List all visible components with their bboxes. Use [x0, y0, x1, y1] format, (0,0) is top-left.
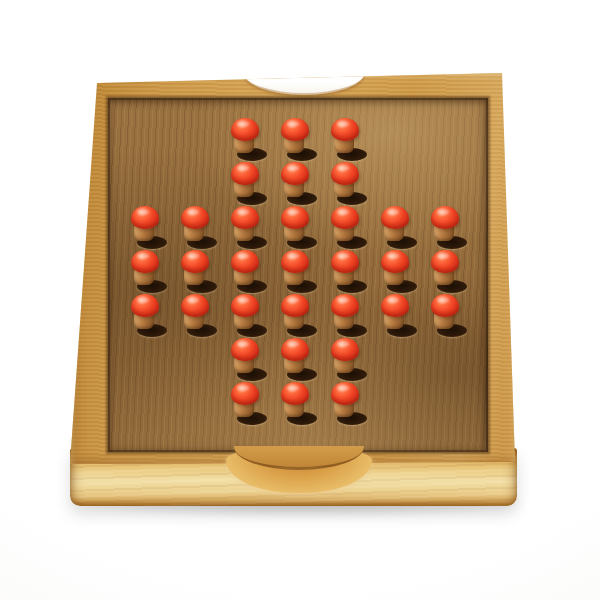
peg-cap — [281, 162, 309, 185]
peg[interactable] — [175, 293, 219, 339]
peg[interactable] — [275, 117, 319, 163]
peg[interactable] — [125, 293, 169, 339]
peg-cap — [231, 250, 259, 273]
peg[interactable] — [325, 337, 369, 383]
peg-cap — [181, 206, 209, 229]
peg[interactable] — [225, 293, 269, 339]
peg-cap — [331, 118, 359, 141]
peg-cap — [381, 206, 409, 229]
peg[interactable] — [225, 117, 269, 163]
solitaire-board-box — [70, 70, 517, 465]
peg-cap — [331, 382, 359, 405]
peg[interactable] — [125, 249, 169, 295]
peg-cap — [131, 294, 159, 317]
peg[interactable] — [225, 337, 269, 383]
peg-cap — [231, 162, 259, 185]
peg[interactable] — [375, 205, 419, 251]
peg-cap — [331, 294, 359, 317]
peg[interactable] — [325, 381, 369, 427]
peg[interactable] — [275, 161, 319, 207]
peg-cap — [231, 118, 259, 141]
peg-cap — [431, 250, 459, 273]
peg[interactable] — [325, 205, 369, 251]
peg[interactable] — [275, 293, 319, 339]
peg[interactable] — [275, 205, 319, 251]
peg-cap — [181, 250, 209, 273]
peg-cap — [381, 250, 409, 273]
peg-cap — [331, 250, 359, 273]
peg[interactable] — [375, 293, 419, 339]
peg-cap — [281, 294, 309, 317]
peg-cap — [231, 294, 259, 317]
peg[interactable] — [325, 161, 369, 207]
peg[interactable] — [275, 381, 319, 427]
peg-cap — [331, 162, 359, 185]
peg-cap — [281, 382, 309, 405]
peg-cap — [381, 294, 409, 317]
peg-cap — [131, 250, 159, 273]
finger-notch-top — [243, 70, 365, 95]
peg[interactable] — [275, 337, 319, 383]
peg[interactable] — [225, 249, 269, 295]
peg-grid — [108, 98, 488, 452]
peg[interactable] — [325, 293, 369, 339]
peg[interactable] — [225, 205, 269, 251]
peg[interactable] — [375, 249, 419, 295]
peg-cap — [331, 206, 359, 229]
peg[interactable] — [175, 205, 219, 251]
peg-cap — [231, 206, 259, 229]
peg[interactable] — [225, 161, 269, 207]
peg[interactable] — [175, 249, 219, 295]
peg-cap — [281, 338, 309, 361]
peg-cap — [431, 206, 459, 229]
peg[interactable] — [125, 205, 169, 251]
game-title: Wooden peg solitaire board in a box, ful… — [0, 0, 1, 1]
peg[interactable] — [425, 205, 469, 251]
peg-cap — [231, 338, 259, 361]
peg-cap — [181, 294, 209, 317]
peg-cap — [281, 206, 309, 229]
peg[interactable] — [425, 293, 469, 339]
peg-cap — [281, 118, 309, 141]
peg[interactable] — [225, 381, 269, 427]
peg[interactable] — [275, 249, 319, 295]
peg-cap — [331, 338, 359, 361]
board-surface — [108, 98, 488, 452]
peg[interactable] — [325, 249, 369, 295]
peg-cap — [431, 294, 459, 317]
peg-cap — [231, 382, 259, 405]
peg-cap — [131, 206, 159, 229]
peg-cap — [281, 250, 309, 273]
peg[interactable] — [325, 117, 369, 163]
product-photo-stage: Wooden peg solitaire board in a box, ful… — [0, 0, 600, 600]
peg[interactable] — [425, 249, 469, 295]
